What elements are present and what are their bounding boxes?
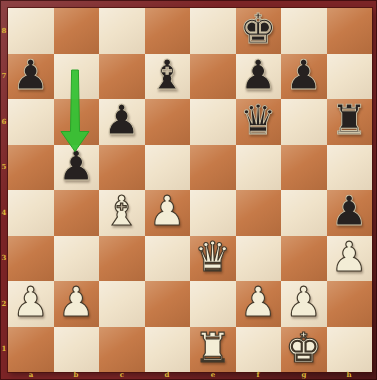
square-d2[interactable]	[145, 281, 191, 327]
square-f6[interactable]: ♛	[236, 99, 282, 145]
square-c1[interactable]	[99, 327, 145, 373]
square-f5[interactable]	[236, 145, 282, 191]
square-a4[interactable]	[8, 190, 54, 236]
piece-black-pawn[interactable]: ♟	[12, 53, 49, 99]
piece-white-bishop[interactable]: ♝	[103, 189, 140, 235]
piece-white-pawn[interactable]: ♟	[149, 189, 186, 235]
square-g6[interactable]	[281, 99, 327, 145]
square-e6[interactable]	[190, 99, 236, 145]
rank-label-1: 1	[0, 345, 8, 353]
square-a8[interactable]	[8, 8, 54, 54]
square-g8[interactable]	[281, 8, 327, 54]
square-e3[interactable]: ♛	[190, 236, 236, 282]
piece-white-king[interactable]: ♚	[285, 326, 322, 372]
square-c3[interactable]	[99, 236, 145, 282]
piece-white-pawn[interactable]: ♟	[12, 280, 49, 326]
square-d4[interactable]: ♟	[145, 190, 191, 236]
file-label-b: b	[71, 371, 81, 379]
square-b6[interactable]	[54, 99, 100, 145]
rank-label-2: 2	[0, 300, 8, 308]
square-c5[interactable]	[99, 145, 145, 191]
square-b4[interactable]	[54, 190, 100, 236]
piece-white-pawn[interactable]: ♟	[58, 280, 95, 326]
rank-label-4: 4	[0, 209, 8, 217]
square-f3[interactable]	[236, 236, 282, 282]
chess-app-frame: ♚♟♝♟♟♟♛♜♟♝♟♟♛♟♟♟♟♟♜♚ 8 7 6 5 4 3 2 1 a b…	[0, 0, 377, 380]
piece-black-bishop[interactable]: ♝	[149, 53, 186, 99]
square-h1[interactable]	[327, 327, 373, 373]
square-b1[interactable]	[54, 327, 100, 373]
square-e5[interactable]	[190, 145, 236, 191]
square-h8[interactable]	[327, 8, 373, 54]
square-b8[interactable]	[54, 8, 100, 54]
square-b7[interactable]	[54, 54, 100, 100]
square-h2[interactable]	[327, 281, 373, 327]
piece-white-pawn[interactable]: ♟	[240, 280, 277, 326]
piece-white-rook[interactable]: ♜	[194, 326, 231, 372]
rank-label-6: 6	[0, 118, 8, 126]
square-d5[interactable]	[145, 145, 191, 191]
square-e1[interactable]: ♜	[190, 327, 236, 373]
square-h7[interactable]	[327, 54, 373, 100]
file-label-g: g	[299, 371, 309, 379]
piece-black-pawn[interactable]: ♟	[58, 144, 95, 190]
square-b5[interactable]: ♟	[54, 145, 100, 191]
square-g3[interactable]	[281, 236, 327, 282]
square-a3[interactable]	[8, 236, 54, 282]
square-g5[interactable]	[281, 145, 327, 191]
square-g1[interactable]: ♚	[281, 327, 327, 373]
piece-black-pawn[interactable]: ♟	[103, 98, 140, 144]
piece-white-pawn[interactable]: ♟	[285, 280, 322, 326]
square-b3[interactable]	[54, 236, 100, 282]
square-a1[interactable]	[8, 327, 54, 373]
square-c8[interactable]	[99, 8, 145, 54]
square-e2[interactable]	[190, 281, 236, 327]
square-a5[interactable]	[8, 145, 54, 191]
square-c7[interactable]	[99, 54, 145, 100]
square-h6[interactable]: ♜	[327, 99, 373, 145]
piece-black-pawn[interactable]: ♟	[331, 189, 368, 235]
square-c6[interactable]: ♟	[99, 99, 145, 145]
file-label-c: c	[117, 371, 127, 379]
piece-black-pawn[interactable]: ♟	[240, 53, 277, 99]
square-f4[interactable]	[236, 190, 282, 236]
square-h3[interactable]: ♟	[327, 236, 373, 282]
piece-white-pawn[interactable]: ♟	[331, 235, 368, 281]
piece-black-queen[interactable]: ♛	[240, 98, 277, 144]
piece-black-king[interactable]: ♚	[240, 7, 277, 53]
square-h5[interactable]	[327, 145, 373, 191]
rank-label-3: 3	[0, 254, 8, 262]
file-label-h: h	[344, 371, 354, 379]
file-label-a: a	[26, 371, 36, 379]
square-f8[interactable]: ♚	[236, 8, 282, 54]
square-d8[interactable]	[145, 8, 191, 54]
square-a2[interactable]: ♟	[8, 281, 54, 327]
square-d6[interactable]	[145, 99, 191, 145]
chess-board: ♚♟♝♟♟♟♛♜♟♝♟♟♛♟♟♟♟♟♜♚	[8, 8, 372, 372]
square-d3[interactable]	[145, 236, 191, 282]
file-label-d: d	[162, 371, 172, 379]
square-h4[interactable]: ♟	[327, 190, 373, 236]
square-e7[interactable]	[190, 54, 236, 100]
piece-white-queen[interactable]: ♛	[194, 235, 231, 281]
square-e4[interactable]	[190, 190, 236, 236]
square-a6[interactable]	[8, 99, 54, 145]
square-e8[interactable]	[190, 8, 236, 54]
square-c4[interactable]: ♝	[99, 190, 145, 236]
square-g4[interactable]	[281, 190, 327, 236]
square-c2[interactable]	[99, 281, 145, 327]
rank-label-8: 8	[0, 27, 8, 35]
square-f7[interactable]: ♟	[236, 54, 282, 100]
square-a7[interactable]: ♟	[8, 54, 54, 100]
rank-label-7: 7	[0, 72, 8, 80]
piece-black-rook[interactable]: ♜	[331, 98, 368, 144]
square-g7[interactable]: ♟	[281, 54, 327, 100]
square-f2[interactable]: ♟	[236, 281, 282, 327]
piece-black-pawn[interactable]: ♟	[285, 53, 322, 99]
square-b2[interactable]: ♟	[54, 281, 100, 327]
file-label-e: e	[208, 371, 218, 379]
square-f1[interactable]	[236, 327, 282, 373]
file-label-f: f	[253, 371, 263, 379]
rank-label-5: 5	[0, 163, 8, 171]
square-d7[interactable]: ♝	[145, 54, 191, 100]
square-d1[interactable]	[145, 327, 191, 373]
square-g2[interactable]: ♟	[281, 281, 327, 327]
